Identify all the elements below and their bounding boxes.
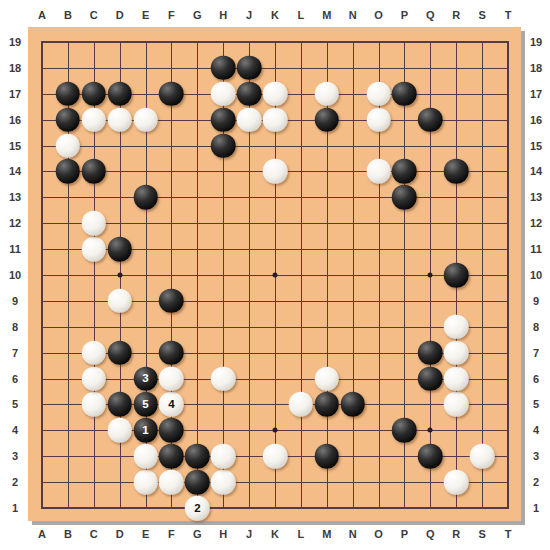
grid-line-vertical [353,42,354,508]
coord-top-K: K [271,10,279,21]
coord-left-10: 10 [9,270,21,281]
stone-black-F4[interactable] [159,418,184,443]
stone-black-F3[interactable] [159,444,184,469]
coord-bottom-J: J [246,529,252,540]
stone-black-Q16[interactable] [418,107,443,132]
stone-black-R10[interactable] [444,263,469,288]
coord-bottom-H: H [219,529,227,540]
coord-bottom-R: R [452,529,460,540]
coord-bottom-T: T [505,529,512,540]
coord-left-13: 13 [9,192,21,203]
stone-black-D7[interactable] [107,340,132,365]
coord-top-O: O [374,10,383,21]
coord-top-M: M [322,10,331,21]
move-number: 5 [142,399,148,411]
coord-top-E: E [142,10,149,21]
coord-left-4: 4 [12,425,18,436]
stone-black-F17[interactable] [159,82,184,107]
stone-white-E3[interactable] [133,444,158,469]
stone-white-E16[interactable] [133,107,158,132]
coord-bottom-G: G [193,529,202,540]
stone-black-E13[interactable] [133,185,158,210]
grid-line-horizontal [42,327,508,328]
coord-right-2: 2 [533,477,539,488]
coord-left-18: 18 [9,62,21,73]
coord-bottom-F: F [168,529,175,540]
coord-left-6: 6 [12,373,18,384]
stone-black-H18[interactable] [211,56,236,81]
coord-right-11: 11 [530,244,542,255]
coord-right-6: 6 [533,373,539,384]
stone-black-P4[interactable] [392,418,417,443]
coord-right-10: 10 [530,270,542,281]
stone-black-J17[interactable] [237,82,262,107]
coord-right-7: 7 [533,347,539,358]
stone-white-H6[interactable] [211,366,236,391]
stone-black-E5[interactable]: 5 [133,392,158,417]
move-number: 2 [194,502,200,514]
coord-bottom-A: A [38,529,46,540]
star-point-D10 [117,273,122,278]
stone-white-D4[interactable] [107,418,132,443]
stone-white-R7[interactable] [444,340,469,365]
stone-black-Q3[interactable] [418,444,443,469]
coord-bottom-N: N [349,529,357,540]
coord-right-5: 5 [533,399,539,410]
stone-black-D5[interactable] [107,392,132,417]
coord-bottom-P: P [401,529,408,540]
stone-black-M3[interactable] [315,444,340,469]
coord-left-16: 16 [9,114,21,125]
coord-top-C: C [90,10,98,21]
star-point-K4 [273,428,278,433]
stone-white-R6[interactable] [444,366,469,391]
stone-black-M5[interactable] [315,392,340,417]
stone-black-G3[interactable] [185,444,210,469]
stone-white-R5[interactable] [444,392,469,417]
stone-black-R14[interactable] [444,159,469,184]
stone-black-D17[interactable] [107,82,132,107]
stone-black-F9[interactable] [159,289,184,314]
coord-right-14: 14 [530,166,542,177]
stone-black-C17[interactable] [82,82,107,107]
go-diagram: AABBCCDDEEFFGGHHJJKKLLMMNNOOPPQQRRSSTT19… [0,0,550,550]
coord-left-3: 3 [12,451,18,462]
coord-bottom-D: D [116,529,124,540]
stone-white-B15[interactable] [56,133,81,158]
stone-white-F5[interactable]: 4 [159,392,184,417]
stone-white-H17[interactable] [211,82,236,107]
coord-top-J: J [246,10,252,21]
stone-black-E6[interactable]: 3 [133,366,158,391]
stone-white-S3[interactable] [470,444,495,469]
move-number: 3 [142,373,148,385]
coord-bottom-L: L [298,529,305,540]
coord-left-14: 14 [9,166,21,177]
coord-right-4: 4 [533,425,539,436]
stone-black-H15[interactable] [211,133,236,158]
coord-bottom-B: B [64,529,72,540]
stone-white-K3[interactable] [263,444,288,469]
stone-white-K14[interactable] [263,159,288,184]
coord-right-19: 19 [530,37,542,48]
stone-white-F2[interactable] [159,470,184,495]
stone-black-P17[interactable] [392,82,417,107]
stone-white-L5[interactable] [289,392,314,417]
stone-white-M17[interactable] [315,82,340,107]
coord-right-17: 17 [530,88,542,99]
stone-black-P13[interactable] [392,185,417,210]
stone-white-C11[interactable] [82,237,107,262]
stone-black-F7[interactable] [159,340,184,365]
coord-top-B: B [64,10,72,21]
stone-white-G1[interactable]: 2 [185,496,210,521]
stone-black-N5[interactable] [340,392,365,417]
grid-line-horizontal [42,482,508,483]
stone-white-C12[interactable] [82,211,107,236]
stone-white-O16[interactable] [366,107,391,132]
stone-white-C7[interactable] [82,340,107,365]
grid-line-vertical [301,42,302,508]
star-point-Q10 [428,273,433,278]
stone-black-P14[interactable] [392,159,417,184]
coord-top-D: D [116,10,124,21]
stone-white-H3[interactable] [211,444,236,469]
coord-top-L: L [298,10,305,21]
stone-black-B14[interactable] [56,159,81,184]
stone-white-E2[interactable] [133,470,158,495]
coord-left-15: 15 [9,140,21,151]
stone-white-R8[interactable] [444,315,469,340]
coord-left-5: 5 [12,399,18,410]
move-number: 4 [168,399,174,411]
coord-left-1: 1 [12,503,18,514]
coord-bottom-S: S [478,529,485,540]
stone-white-O17[interactable] [366,82,391,107]
coord-right-18: 18 [530,62,542,73]
coord-left-12: 12 [9,218,21,229]
stone-white-R2[interactable] [444,470,469,495]
coord-right-12: 12 [530,218,542,229]
stone-white-D9[interactable] [107,289,132,314]
coord-right-3: 3 [533,451,539,462]
coord-bottom-C: C [90,529,98,540]
coord-right-8: 8 [533,321,539,332]
coord-left-11: 11 [9,244,21,255]
stone-white-O14[interactable] [366,159,391,184]
coord-bottom-E: E [142,529,149,540]
stone-white-C16[interactable] [82,107,107,132]
coord-bottom-K: K [271,529,279,540]
coord-top-A: A [38,10,46,21]
star-point-K10 [273,273,278,278]
coord-left-9: 9 [12,295,18,306]
stone-white-K17[interactable] [263,82,288,107]
coord-bottom-M: M [322,529,331,540]
stone-white-C5[interactable] [82,392,107,417]
coord-right-13: 13 [530,192,542,203]
coord-right-1: 1 [533,503,539,514]
stone-white-J16[interactable] [237,107,262,132]
stone-black-C14[interactable] [82,159,107,184]
stone-white-K16[interactable] [263,107,288,132]
stone-white-H2[interactable] [211,470,236,495]
coord-top-H: H [219,10,227,21]
stone-black-B17[interactable] [56,82,81,107]
coord-right-9: 9 [533,295,539,306]
stone-white-F6[interactable] [159,366,184,391]
stone-black-H16[interactable] [211,107,236,132]
coord-left-2: 2 [12,477,18,488]
coord-bottom-Q: Q [426,529,435,540]
star-point-Q4 [428,428,433,433]
coord-left-7: 7 [12,347,18,358]
stone-black-M16[interactable] [315,107,340,132]
stone-white-D16[interactable] [107,107,132,132]
stone-black-Q7[interactable] [418,340,443,365]
coord-left-8: 8 [12,321,18,332]
coord-right-16: 16 [530,114,542,125]
coord-top-R: R [452,10,460,21]
grid-line-vertical [482,42,483,508]
stone-black-D11[interactable] [107,237,132,262]
move-number: 1 [142,425,148,437]
coord-left-19: 19 [9,37,21,48]
stone-white-C6[interactable] [82,366,107,391]
stone-black-B16[interactable] [56,107,81,132]
coord-top-N: N [349,10,357,21]
coord-left-17: 17 [9,88,21,99]
stone-black-J18[interactable] [237,56,262,81]
stone-white-M6[interactable] [315,366,340,391]
coord-top-P: P [401,10,408,21]
coord-top-Q: Q [426,10,435,21]
coord-top-F: F [168,10,175,21]
coord-right-15: 15 [530,140,542,151]
stone-black-Q6[interactable] [418,366,443,391]
coord-bottom-O: O [374,529,383,540]
stone-black-G2[interactable] [185,470,210,495]
coord-top-T: T [505,10,512,21]
coord-top-S: S [478,10,485,21]
coord-top-G: G [193,10,202,21]
stone-black-E4[interactable]: 1 [133,418,158,443]
